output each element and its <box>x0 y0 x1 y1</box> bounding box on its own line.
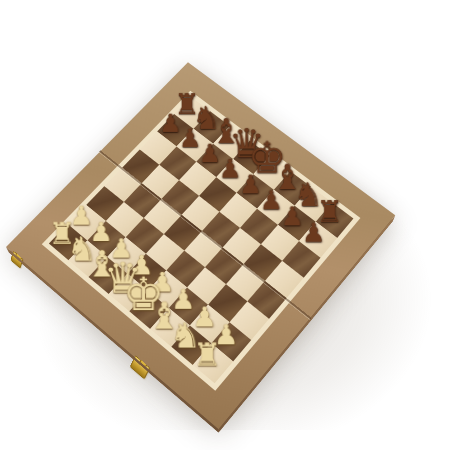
piece-black-pawn[interactable]: ♟ <box>198 142 221 166</box>
piece-black-pawn[interactable]: ♟ <box>301 220 324 245</box>
square-c4[interactable] <box>144 199 182 234</box>
piece-black-pawn[interactable]: ♟ <box>218 157 241 181</box>
piece-black-pawn[interactable]: ♟ <box>178 127 201 151</box>
chess-set-photo: ♜♞♝♛♚♝♞♜♟♟♟♟♟♟♟♟♟♟♟♟♟♟♟♟♜♞♝♛♚♝♞♜ <box>0 0 450 450</box>
piece-white-rook[interactable]: ♜ <box>193 339 222 369</box>
piece-black-pawn[interactable]: ♟ <box>259 188 282 213</box>
piece-black-pawn[interactable]: ♟ <box>238 173 261 197</box>
piece-black-pawn[interactable]: ♟ <box>280 204 303 229</box>
piece-black-pawn[interactable]: ♟ <box>159 112 181 136</box>
